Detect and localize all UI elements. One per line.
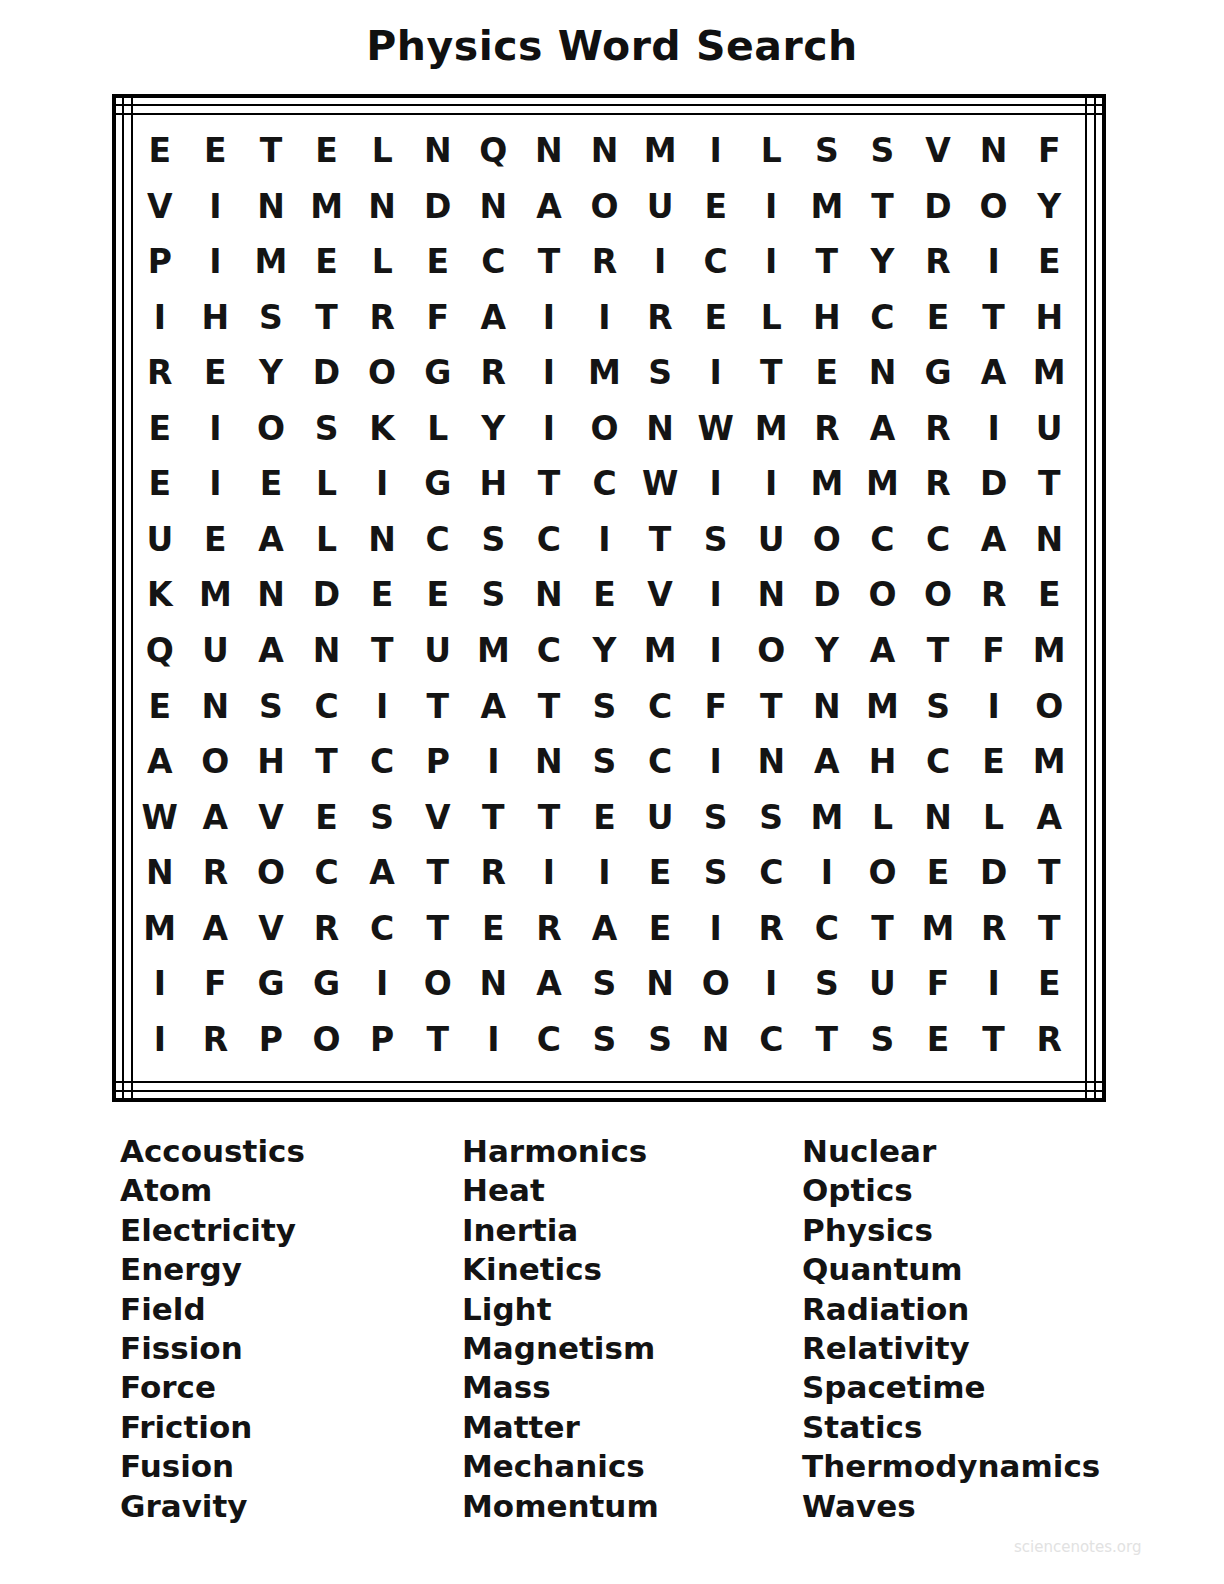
grid-cell-r4c2[interactable]: H <box>188 290 244 346</box>
grid-cell-r11c7[interactable]: A <box>466 678 522 734</box>
grid-cell-r10c1[interactable]: Q <box>132 623 188 679</box>
grid-cell-r6c4[interactable]: S <box>299 401 355 457</box>
grid-cell-r1c4[interactable]: E <box>299 123 355 179</box>
grid-cell-r13c6[interactable]: V <box>410 789 466 845</box>
grid-cell-r1c15[interactable]: V <box>910 123 966 179</box>
grid-cell-r13c5[interactable]: S <box>354 789 410 845</box>
grid-cell-r17c8[interactable]: C <box>521 1011 577 1067</box>
grid-cell-r7c12[interactable]: I <box>743 456 799 512</box>
grid-cell-r9c10[interactable]: V <box>632 567 688 623</box>
grid-cell-r17c17[interactable]: R <box>1021 1011 1077 1067</box>
grid-cell-r12c3[interactable]: H <box>243 734 299 790</box>
grid-cell-r15c16[interactable]: R <box>966 900 1022 956</box>
grid-cell-r9c3[interactable]: N <box>243 567 299 623</box>
grid-cell-r1c17[interactable]: F <box>1021 123 1077 179</box>
grid-cell-r12c14[interactable]: H <box>855 734 911 790</box>
grid-cell-r17c1[interactable]: I <box>132 1011 188 1067</box>
word-list-item: Relativity <box>802 1329 1100 1368</box>
grid-cell-r14c5[interactable]: A <box>354 845 410 901</box>
grid-cell-r1c8[interactable]: N <box>521 123 577 179</box>
grid-cell-r12c7[interactable]: I <box>466 734 522 790</box>
grid-cell-r5c14[interactable]: N <box>855 345 911 401</box>
grid-cell-r4c11[interactable]: E <box>688 290 744 346</box>
grid-cell-r10c4[interactable]: N <box>299 623 355 679</box>
grid-cell-r10c10[interactable]: M <box>632 623 688 679</box>
grid-cell-r3c16[interactable]: I <box>966 234 1022 290</box>
grid-cell-r7c16[interactable]: D <box>966 456 1022 512</box>
grid-cell-r3c1[interactable]: P <box>132 234 188 290</box>
grid-cell-r1c13[interactable]: S <box>799 123 855 179</box>
grid-cell-r10c8[interactable]: C <box>521 623 577 679</box>
grid-cell-r9c14[interactable]: O <box>855 567 911 623</box>
grid-cell-r10c3[interactable]: A <box>243 623 299 679</box>
grid-cell-r2c6[interactable]: D <box>410 179 466 235</box>
word-list-column-2: HarmonicsHeatInertiaKineticsLightMagneti… <box>462 1132 659 1526</box>
word-list-item: Momentum <box>462 1487 659 1526</box>
grid-cell-r2c13[interactable]: M <box>799 179 855 235</box>
grid-cell-r15c5[interactable]: C <box>354 900 410 956</box>
grid-cell-r14c12[interactable]: C <box>743 845 799 901</box>
grid-cell-r16c5[interactable]: I <box>354 956 410 1012</box>
grid-cell-r3c13[interactable]: T <box>799 234 855 290</box>
grid-cell-r5c2[interactable]: E <box>188 345 244 401</box>
grid-cell-r8c9[interactable]: I <box>577 512 633 568</box>
grid-cell-r11c16[interactable]: I <box>966 678 1022 734</box>
word-list-item: Friction <box>120 1408 305 1447</box>
grid-cell-r8c7[interactable]: S <box>466 512 522 568</box>
grid-cell-r8c1[interactable]: U <box>132 512 188 568</box>
grid-cell-r13c3[interactable]: V <box>243 789 299 845</box>
grid-cell-r14c4[interactable]: C <box>299 845 355 901</box>
grid-cell-r1c3[interactable]: T <box>243 123 299 179</box>
grid-cell-r14c9[interactable]: I <box>577 845 633 901</box>
word-list-item: Nuclear <box>802 1132 1100 1171</box>
grid-cell-r13c4[interactable]: E <box>299 789 355 845</box>
grid-cell-r5c8[interactable]: I <box>521 345 577 401</box>
grid-cell-r11c3[interactable]: S <box>243 678 299 734</box>
grid-cell-r16c14[interactable]: U <box>855 956 911 1012</box>
grid-cell-r3c7[interactable]: C <box>466 234 522 290</box>
grid-cell-r3c3[interactable]: M <box>243 234 299 290</box>
grid-cell-r7c1[interactable]: E <box>132 456 188 512</box>
grid-cell-r1c12[interactable]: L <box>743 123 799 179</box>
grid-cell-r4c13[interactable]: H <box>799 290 855 346</box>
grid-cell-r6c6[interactable]: L <box>410 401 466 457</box>
grid-cell-r15c11[interactable]: I <box>688 900 744 956</box>
grid-cell-r3c10[interactable]: I <box>632 234 688 290</box>
grid-cell-r8c17[interactable]: N <box>1021 512 1077 568</box>
grid-cell-r14c14[interactable]: O <box>855 845 911 901</box>
grid-cell-r5c12[interactable]: T <box>743 345 799 401</box>
grid-cell-r11c6[interactable]: T <box>410 678 466 734</box>
grid-cell-r15c14[interactable]: T <box>855 900 911 956</box>
grid-cell-r16c15[interactable]: F <box>910 956 966 1012</box>
grid-cell-r14c10[interactable]: E <box>632 845 688 901</box>
grid-cell-r4c4[interactable]: T <box>299 290 355 346</box>
grid-cell-r11c10[interactable]: C <box>632 678 688 734</box>
grid-cell-r12c1[interactable]: A <box>132 734 188 790</box>
grid-cell-r12c2[interactable]: O <box>188 734 244 790</box>
grid-cell-r10c15[interactable]: T <box>910 623 966 679</box>
grid-cell-r4c1[interactable]: I <box>132 290 188 346</box>
grid-cell-r16c6[interactable]: O <box>410 956 466 1012</box>
grid-cell-r8c16[interactable]: A <box>966 512 1022 568</box>
grid-cell-r9c12[interactable]: N <box>743 567 799 623</box>
word-list-item: Inertia <box>462 1211 659 1250</box>
grid-cell-r17c2[interactable]: R <box>188 1011 244 1067</box>
grid-cell-r13c10[interactable]: U <box>632 789 688 845</box>
grid-cell-r11c5[interactable]: I <box>354 678 410 734</box>
grid-cell-r16c13[interactable]: S <box>799 956 855 1012</box>
grid-cell-r12c13[interactable]: A <box>799 734 855 790</box>
grid-cell-r10c2[interactable]: U <box>188 623 244 679</box>
word-list-item: Matter <box>462 1408 659 1447</box>
grid-cell-r15c1[interactable]: M <box>132 900 188 956</box>
grid-cell-r7c15[interactable]: R <box>910 456 966 512</box>
grid-cell-r15c3[interactable]: V <box>243 900 299 956</box>
grid-cell-r12c9[interactable]: S <box>577 734 633 790</box>
grid-cell-r11c1[interactable]: E <box>132 678 188 734</box>
grid-cell-r2c10[interactable]: U <box>632 179 688 235</box>
grid-cell-r14c11[interactable]: S <box>688 845 744 901</box>
grid-cell-r4c15[interactable]: E <box>910 290 966 346</box>
grid-cell-r14c8[interactable]: I <box>521 845 577 901</box>
grid-cell-r11c4[interactable]: C <box>299 678 355 734</box>
grid-cell-r14c6[interactable]: T <box>410 845 466 901</box>
grid-cell-r14c1[interactable]: N <box>132 845 188 901</box>
grid-cell-r1c7[interactable]: Q <box>466 123 522 179</box>
grid-cell-r3c6[interactable]: E <box>410 234 466 290</box>
grid-cell-r13c14[interactable]: L <box>855 789 911 845</box>
grid-cell-r9c4[interactable]: D <box>299 567 355 623</box>
grid-cell-r12c16[interactable]: E <box>966 734 1022 790</box>
grid-cell-r2c5[interactable]: N <box>354 179 410 235</box>
grid-cell-r11c2[interactable]: N <box>188 678 244 734</box>
grid-cell-r3c12[interactable]: I <box>743 234 799 290</box>
grid-cell-r1c14[interactable]: S <box>855 123 911 179</box>
grid-cell-r15c4[interactable]: R <box>299 900 355 956</box>
grid-cell-r9c2[interactable]: M <box>188 567 244 623</box>
grid-cell-r7c4[interactable]: L <box>299 456 355 512</box>
grid-cell-r1c6[interactable]: N <box>410 123 466 179</box>
grid-cell-r11c14[interactable]: M <box>855 678 911 734</box>
grid-cell-r9c1[interactable]: K <box>132 567 188 623</box>
grid-cell-r3c14[interactable]: Y <box>855 234 911 290</box>
page-title: Physics Word Search <box>0 22 1224 70</box>
grid-cell-r14c16[interactable]: D <box>966 845 1022 901</box>
grid-cell-r13c7[interactable]: T <box>466 789 522 845</box>
grid-cell-r14c13[interactable]: I <box>799 845 855 901</box>
grid-cell-r5c6[interactable]: G <box>410 345 466 401</box>
grid-cell-r17c16[interactable]: T <box>966 1011 1022 1067</box>
grid-cell-r2c3[interactable]: N <box>243 179 299 235</box>
grid-cell-r11c15[interactable]: S <box>910 678 966 734</box>
grid-cell-r2c7[interactable]: N <box>466 179 522 235</box>
grid-cell-r2c12[interactable]: I <box>743 179 799 235</box>
grid-cell-r4c16[interactable]: T <box>966 290 1022 346</box>
grid-cell-r7c10[interactable]: W <box>632 456 688 512</box>
grid-cell-r4c10[interactable]: R <box>632 290 688 346</box>
grid-cell-r2c8[interactable]: A <box>521 179 577 235</box>
grid-cell-r17c13[interactable]: T <box>799 1011 855 1067</box>
grid-cell-r7c6[interactable]: G <box>410 456 466 512</box>
grid-cell-r10c12[interactable]: O <box>743 623 799 679</box>
grid-cell-r6c14[interactable]: A <box>855 401 911 457</box>
grid-cell-r3c17[interactable]: E <box>1021 234 1077 290</box>
grid-cell-r2c11[interactable]: E <box>688 179 744 235</box>
grid-cell-r15c2[interactable]: A <box>188 900 244 956</box>
grid-cell-r14c17[interactable]: T <box>1021 845 1077 901</box>
grid-cell-r12c10[interactable]: C <box>632 734 688 790</box>
grid-cell-r5c10[interactable]: S <box>632 345 688 401</box>
grid-cell-r10c14[interactable]: A <box>855 623 911 679</box>
grid-cell-r11c12[interactable]: T <box>743 678 799 734</box>
grid-cell-r15c12[interactable]: R <box>743 900 799 956</box>
grid-cell-r17c9[interactable]: S <box>577 1011 633 1067</box>
grid-cell-r7c9[interactable]: C <box>577 456 633 512</box>
grid-cell-r2c1[interactable]: V <box>132 179 188 235</box>
grid-cell-r5c4[interactable]: D <box>299 345 355 401</box>
word-list-item: Electricity <box>120 1211 305 1250</box>
grid-cell-r13c8[interactable]: T <box>521 789 577 845</box>
grid-cell-r10c16[interactable]: F <box>966 623 1022 679</box>
grid-cell-r8c11[interactable]: S <box>688 512 744 568</box>
grid-cell-r7c8[interactable]: T <box>521 456 577 512</box>
grid-cell-r10c13[interactable]: Y <box>799 623 855 679</box>
grid-cell-r12c6[interactable]: P <box>410 734 466 790</box>
grid-cell-r9c16[interactable]: R <box>966 567 1022 623</box>
grid-cell-r2c16[interactable]: O <box>966 179 1022 235</box>
grid-cell-r2c2[interactable]: I <box>188 179 244 235</box>
grid-cell-r1c9[interactable]: N <box>577 123 633 179</box>
grid-cell-r16c10[interactable]: N <box>632 956 688 1012</box>
grid-cell-r16c4[interactable]: G <box>299 956 355 1012</box>
grid-cell-r3c5[interactable]: L <box>354 234 410 290</box>
grid-cell-r1c11[interactable]: I <box>688 123 744 179</box>
grid-cell-r16c16[interactable]: I <box>966 956 1022 1012</box>
grid-cell-r2c15[interactable]: D <box>910 179 966 235</box>
grid-cell-r5c5[interactable]: O <box>354 345 410 401</box>
grid-cell-r13c9[interactable]: E <box>577 789 633 845</box>
grid-cell-r5c7[interactable]: R <box>466 345 522 401</box>
grid-cell-r7c5[interactable]: I <box>354 456 410 512</box>
grid-cell-r12c11[interactable]: I <box>688 734 744 790</box>
grid-cell-r8c14[interactable]: C <box>855 512 911 568</box>
grid-cell-r15c17[interactable]: T <box>1021 900 1077 956</box>
grid-cell-r13c2[interactable]: A <box>188 789 244 845</box>
grid-cell-r17c7[interactable]: I <box>466 1011 522 1067</box>
grid-cell-r7c3[interactable]: E <box>243 456 299 512</box>
grid-cell-r7c11[interactable]: I <box>688 456 744 512</box>
grid-cell-r5c13[interactable]: E <box>799 345 855 401</box>
grid-cell-r6c5[interactable]: K <box>354 401 410 457</box>
grid-cell-r11c17[interactable]: O <box>1021 678 1077 734</box>
grid-cell-r11c13[interactable]: N <box>799 678 855 734</box>
grid-cell-r6c8[interactable]: I <box>521 401 577 457</box>
grid-cell-r2c17[interactable]: Y <box>1021 179 1077 235</box>
grid-cell-r8c3[interactable]: A <box>243 512 299 568</box>
grid-cell-r3c4[interactable]: E <box>299 234 355 290</box>
grid-cell-r15c6[interactable]: T <box>410 900 466 956</box>
grid-cell-r13c17[interactable]: A <box>1021 789 1077 845</box>
grid-cell-r6c9[interactable]: O <box>577 401 633 457</box>
grid-cell-r5c17[interactable]: M <box>1021 345 1077 401</box>
grid-cell-r16c12[interactable]: I <box>743 956 799 1012</box>
grid-cell-r4c3[interactable]: S <box>243 290 299 346</box>
grid-cell-r6c11[interactable]: W <box>688 401 744 457</box>
grid-cell-r17c12[interactable]: C <box>743 1011 799 1067</box>
grid-cell-r17c10[interactable]: S <box>632 1011 688 1067</box>
grid-cell-r4c6[interactable]: F <box>410 290 466 346</box>
grid-cell-r1c1[interactable]: E <box>132 123 188 179</box>
grid-cell-r11c8[interactable]: T <box>521 678 577 734</box>
grid-cell-r12c17[interactable]: M <box>1021 734 1077 790</box>
grid-cell-r16c17[interactable]: E <box>1021 956 1077 1012</box>
grid-cell-r9c13[interactable]: D <box>799 567 855 623</box>
grid-cell-r3c8[interactable]: T <box>521 234 577 290</box>
grid-cell-r9c6[interactable]: E <box>410 567 466 623</box>
grid-cell-r14c3[interactable]: O <box>243 845 299 901</box>
grid-cell-r3c15[interactable]: R <box>910 234 966 290</box>
grid-cell-r4c7[interactable]: A <box>466 290 522 346</box>
grid-cell-r15c9[interactable]: A <box>577 900 633 956</box>
grid-cell-r2c4[interactable]: M <box>299 179 355 235</box>
grid-cell-r5c11[interactable]: I <box>688 345 744 401</box>
grid-cell-r13c13[interactable]: M <box>799 789 855 845</box>
grid-cell-r4c12[interactable]: L <box>743 290 799 346</box>
grid-cell-r1c16[interactable]: N <box>966 123 1022 179</box>
grid-cell-r8c6[interactable]: C <box>410 512 466 568</box>
grid-cell-r3c11[interactable]: C <box>688 234 744 290</box>
grid-cell-r10c17[interactable]: M <box>1021 623 1077 679</box>
grid-cell-r16c2[interactable]: F <box>188 956 244 1012</box>
grid-cell-r10c6[interactable]: U <box>410 623 466 679</box>
grid-cell-r13c1[interactable]: W <box>132 789 188 845</box>
grid-cell-r14c7[interactable]: R <box>466 845 522 901</box>
grid-cell-r10c7[interactable]: M <box>466 623 522 679</box>
grid-cell-r17c14[interactable]: S <box>855 1011 911 1067</box>
grid-cell-r17c15[interactable]: E <box>910 1011 966 1067</box>
grid-cell-r9c17[interactable]: E <box>1021 567 1077 623</box>
grid-cell-r3c9[interactable]: R <box>577 234 633 290</box>
grid-cell-r9c7[interactable]: S <box>466 567 522 623</box>
grid-cell-r14c2[interactable]: R <box>188 845 244 901</box>
grid-cell-r6c2[interactable]: I <box>188 401 244 457</box>
grid-cell-r4c9[interactable]: I <box>577 290 633 346</box>
grid-cell-r5c3[interactable]: Y <box>243 345 299 401</box>
grid-cell-r17c6[interactable]: T <box>410 1011 466 1067</box>
grid-cell-r4c5[interactable]: R <box>354 290 410 346</box>
grid-cell-r17c5[interactable]: P <box>354 1011 410 1067</box>
grid-cell-r15c8[interactable]: R <box>521 900 577 956</box>
grid-cell-r7c17[interactable]: T <box>1021 456 1077 512</box>
grid-cell-r4c8[interactable]: I <box>521 290 577 346</box>
grid-cell-r16c9[interactable]: S <box>577 956 633 1012</box>
grid-cell-r7c14[interactable]: M <box>855 456 911 512</box>
grid-cell-r12c12[interactable]: N <box>743 734 799 790</box>
grid-cell-r6c1[interactable]: E <box>132 401 188 457</box>
grid-cell-r13c16[interactable]: L <box>966 789 1022 845</box>
grid-cell-r15c13[interactable]: C <box>799 900 855 956</box>
grid-cell-r15c7[interactable]: E <box>466 900 522 956</box>
grid-cell-r8c5[interactable]: N <box>354 512 410 568</box>
grid-cell-r11c11[interactable]: F <box>688 678 744 734</box>
grid-cell-r8c2[interactable]: E <box>188 512 244 568</box>
grid-cell-r10c9[interactable]: Y <box>577 623 633 679</box>
grid-cell-r17c3[interactable]: P <box>243 1011 299 1067</box>
grid-cell-r8c10[interactable]: T <box>632 512 688 568</box>
grid-cell-r9c11[interactable]: I <box>688 567 744 623</box>
grid-cell-r7c7[interactable]: H <box>466 456 522 512</box>
grid-cell-r16c8[interactable]: A <box>521 956 577 1012</box>
grid-cell-r12c15[interactable]: C <box>910 734 966 790</box>
grid-cell-r12c5[interactable]: C <box>354 734 410 790</box>
grid-cell-r6c13[interactable]: R <box>799 401 855 457</box>
grid-cell-r6c16[interactable]: I <box>966 401 1022 457</box>
grid-cell-r16c11[interactable]: O <box>688 956 744 1012</box>
grid-cell-r17c11[interactable]: N <box>688 1011 744 1067</box>
grid-cell-r12c8[interactable]: N <box>521 734 577 790</box>
grid-cell-r13c11[interactable]: S <box>688 789 744 845</box>
grid-cell-r5c1[interactable]: R <box>132 345 188 401</box>
grid-cell-r8c15[interactable]: C <box>910 512 966 568</box>
grid-cell-r9c15[interactable]: O <box>910 567 966 623</box>
grid-cell-r6c15[interactable]: R <box>910 401 966 457</box>
grid-cell-r9c8[interactable]: N <box>521 567 577 623</box>
grid-cell-r4c17[interactable]: H <box>1021 290 1077 346</box>
grid-cell-r10c11[interactable]: I <box>688 623 744 679</box>
grid-cell-r8c8[interactable]: C <box>521 512 577 568</box>
grid-cell-r5c15[interactable]: G <box>910 345 966 401</box>
grid-cell-r1c5[interactable]: L <box>354 123 410 179</box>
border-line <box>1094 94 1096 1102</box>
grid-cell-r12c4[interactable]: T <box>299 734 355 790</box>
grid-cell-r9c9[interactable]: E <box>577 567 633 623</box>
grid-cell-r13c15[interactable]: N <box>910 789 966 845</box>
word-list-item: Mechanics <box>462 1447 659 1486</box>
grid-cell-r16c3[interactable]: G <box>243 956 299 1012</box>
grid-cell-r14c15[interactable]: E <box>910 845 966 901</box>
grid-cell-r9c5[interactable]: E <box>354 567 410 623</box>
grid-cell-r6c12[interactable]: M <box>743 401 799 457</box>
grid-cell-r15c15[interactable]: M <box>910 900 966 956</box>
grid-cell-r17c4[interactable]: O <box>299 1011 355 1067</box>
grid-cell-r15c10[interactable]: E <box>632 900 688 956</box>
grid-cell-r8c12[interactable]: U <box>743 512 799 568</box>
grid-cell-r16c7[interactable]: N <box>466 956 522 1012</box>
grid-cell-r2c14[interactable]: T <box>855 179 911 235</box>
grid-cell-r13c12[interactable]: S <box>743 789 799 845</box>
grid-cell-r8c4[interactable]: L <box>299 512 355 568</box>
grid-cell-r3c2[interactable]: I <box>188 234 244 290</box>
grid-cell-r16c1[interactable]: I <box>132 956 188 1012</box>
grid-cell-r6c7[interactable]: Y <box>466 401 522 457</box>
grid-cell-r10c5[interactable]: T <box>354 623 410 679</box>
grid-cell-r6c10[interactable]: N <box>632 401 688 457</box>
grid-cell-r11c9[interactable]: S <box>577 678 633 734</box>
grid-cell-r7c13[interactable]: M <box>799 456 855 512</box>
grid-cell-r5c16[interactable]: A <box>966 345 1022 401</box>
grid-cell-r5c9[interactable]: M <box>577 345 633 401</box>
grid-cell-r7c2[interactable]: I <box>188 456 244 512</box>
grid-cell-r1c10[interactable]: M <box>632 123 688 179</box>
grid-cell-r1c2[interactable]: E <box>188 123 244 179</box>
grid-cell-r8c13[interactable]: O <box>799 512 855 568</box>
grid-cell-r2c9[interactable]: O <box>577 179 633 235</box>
grid-cell-r4c14[interactable]: C <box>855 290 911 346</box>
grid-cell-r6c3[interactable]: O <box>243 401 299 457</box>
grid-cell-r6c17[interactable]: U <box>1021 401 1077 457</box>
